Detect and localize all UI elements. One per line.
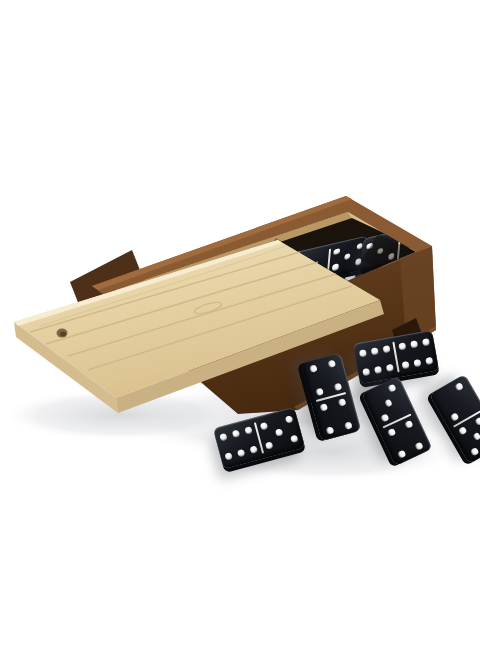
pip	[319, 403, 327, 411]
pip	[455, 382, 464, 391]
pip	[328, 359, 336, 367]
pip	[309, 364, 317, 372]
pip	[398, 342, 406, 350]
pip	[334, 383, 342, 391]
pip	[315, 388, 323, 396]
pip	[285, 415, 294, 424]
pip	[359, 349, 367, 357]
pip	[384, 398, 393, 407]
pip	[397, 450, 406, 459]
domino-3-4	[362, 376, 433, 466]
pip	[422, 338, 430, 346]
domino-4-4	[301, 353, 361, 441]
pip	[470, 447, 479, 456]
pip	[388, 383, 397, 392]
pip	[244, 426, 253, 435]
pip	[249, 445, 258, 454]
pip	[386, 364, 394, 372]
domino-half	[395, 333, 437, 374]
pip	[410, 340, 418, 348]
domino-half	[315, 394, 358, 438]
pip	[345, 421, 353, 429]
pip	[450, 413, 459, 422]
pip	[338, 398, 346, 406]
pip	[326, 426, 334, 434]
pip	[475, 416, 480, 425]
pip	[260, 422, 269, 431]
loose-tiles	[0, 0, 480, 672]
pip	[265, 441, 274, 450]
domino-6-5	[213, 407, 305, 469]
pip	[380, 414, 389, 423]
pip	[275, 428, 284, 437]
pip	[371, 347, 379, 355]
domino-half	[256, 410, 302, 455]
pip	[387, 428, 396, 437]
pip	[458, 426, 467, 435]
pip	[237, 449, 246, 458]
dominoes-product-photo	[0, 0, 480, 672]
pip	[290, 435, 299, 444]
pip	[472, 432, 480, 441]
pip	[362, 368, 370, 376]
pip	[413, 359, 421, 367]
pip	[219, 433, 228, 442]
domino-half	[356, 340, 398, 381]
pip	[415, 442, 424, 451]
domino-6-6	[353, 330, 439, 384]
pip	[405, 419, 414, 428]
pip	[401, 361, 409, 369]
pip	[224, 452, 233, 461]
pip	[374, 366, 382, 374]
domino-2-5	[429, 374, 480, 464]
pip	[383, 345, 391, 353]
pip	[232, 429, 241, 438]
pip	[425, 357, 433, 365]
